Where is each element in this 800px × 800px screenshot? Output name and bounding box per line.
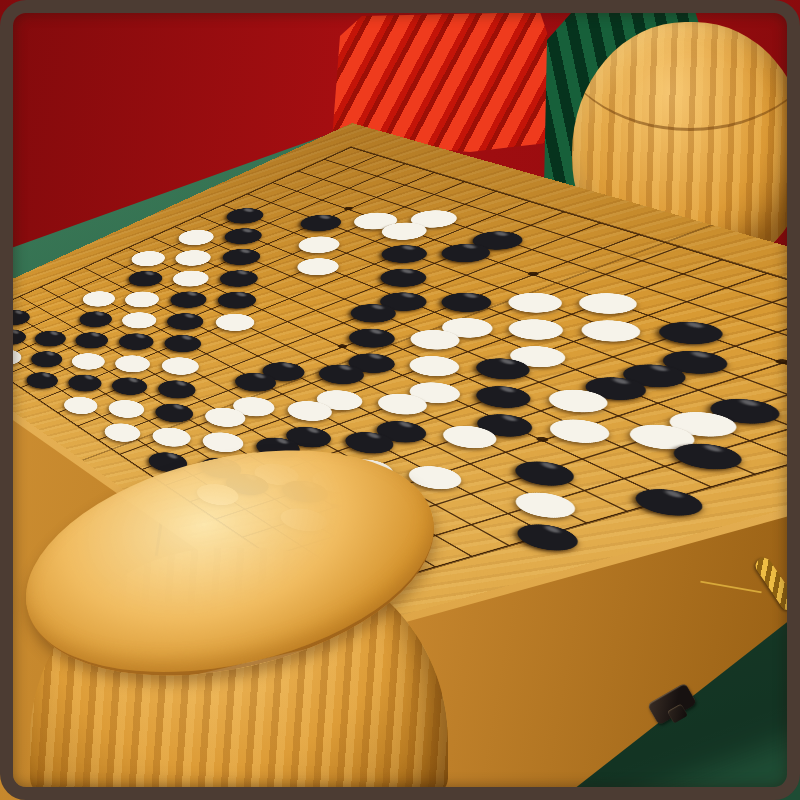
stone-highlight — [10, 329, 20, 334]
stone-highlight — [90, 332, 101, 337]
stone-highlight — [368, 353, 384, 360]
stone-highlight — [275, 437, 290, 444]
stone-highlight — [172, 404, 185, 410]
stone-highlight — [186, 291, 198, 296]
stone-highlight — [539, 462, 559, 470]
star-point — [526, 271, 542, 277]
stone-highlight — [649, 364, 670, 372]
stone-highlight — [239, 249, 251, 254]
stone-highlight — [181, 335, 193, 341]
stone-highlight — [83, 375, 94, 381]
stone-highlight — [237, 270, 250, 275]
stone-highlight — [41, 372, 51, 378]
stone-highlight — [542, 525, 562, 534]
stone-highlight — [49, 331, 59, 336]
stone-highlight — [175, 380, 187, 386]
stone-highlight — [370, 304, 385, 310]
stone-highlight — [241, 228, 253, 233]
stone-highlight — [281, 362, 295, 368]
star-point — [336, 344, 349, 350]
stone-highlight — [463, 292, 480, 298]
stone-highlight — [305, 427, 320, 434]
stone-highlight — [688, 351, 710, 359]
stone-highlight — [338, 365, 353, 372]
stone-highlight — [14, 310, 23, 315]
star-point — [773, 359, 794, 366]
stone-highlight — [662, 489, 685, 498]
stone-highlight — [166, 452, 179, 459]
stone-highlight — [143, 271, 154, 276]
stone-highlight — [183, 313, 195, 319]
stone-highlight — [318, 215, 332, 220]
stone-highlight — [45, 351, 55, 356]
stone-highlight — [700, 444, 723, 453]
stone-highlight — [253, 373, 267, 379]
stone-highlight — [398, 421, 415, 428]
star-point — [534, 436, 551, 443]
stone-highlight — [400, 292, 416, 298]
stone-highlight — [498, 358, 516, 365]
stone-highlight — [610, 377, 631, 385]
stone-highlight — [462, 243, 478, 249]
stone-highlight — [94, 311, 105, 316]
product-photo-scene: ●●●●●●●●●●●●●●●●●●●●●●●●●●●●●●●●●●●●●●●●… — [0, 0, 800, 800]
stone-highlight — [128, 377, 140, 383]
stone-highlight — [366, 432, 382, 439]
stone-highlight — [235, 291, 248, 297]
stone-highlight — [684, 321, 706, 328]
stone-highlight — [243, 208, 255, 213]
stone-highlight — [369, 328, 384, 334]
stone-highlight — [400, 268, 415, 274]
stone-highlight — [134, 333, 145, 339]
stone-highlight — [500, 414, 519, 422]
stone-highlight — [499, 386, 517, 393]
stone-highlight — [494, 231, 511, 237]
stone-highlight — [400, 245, 415, 251]
stone-highlight — [738, 399, 762, 407]
